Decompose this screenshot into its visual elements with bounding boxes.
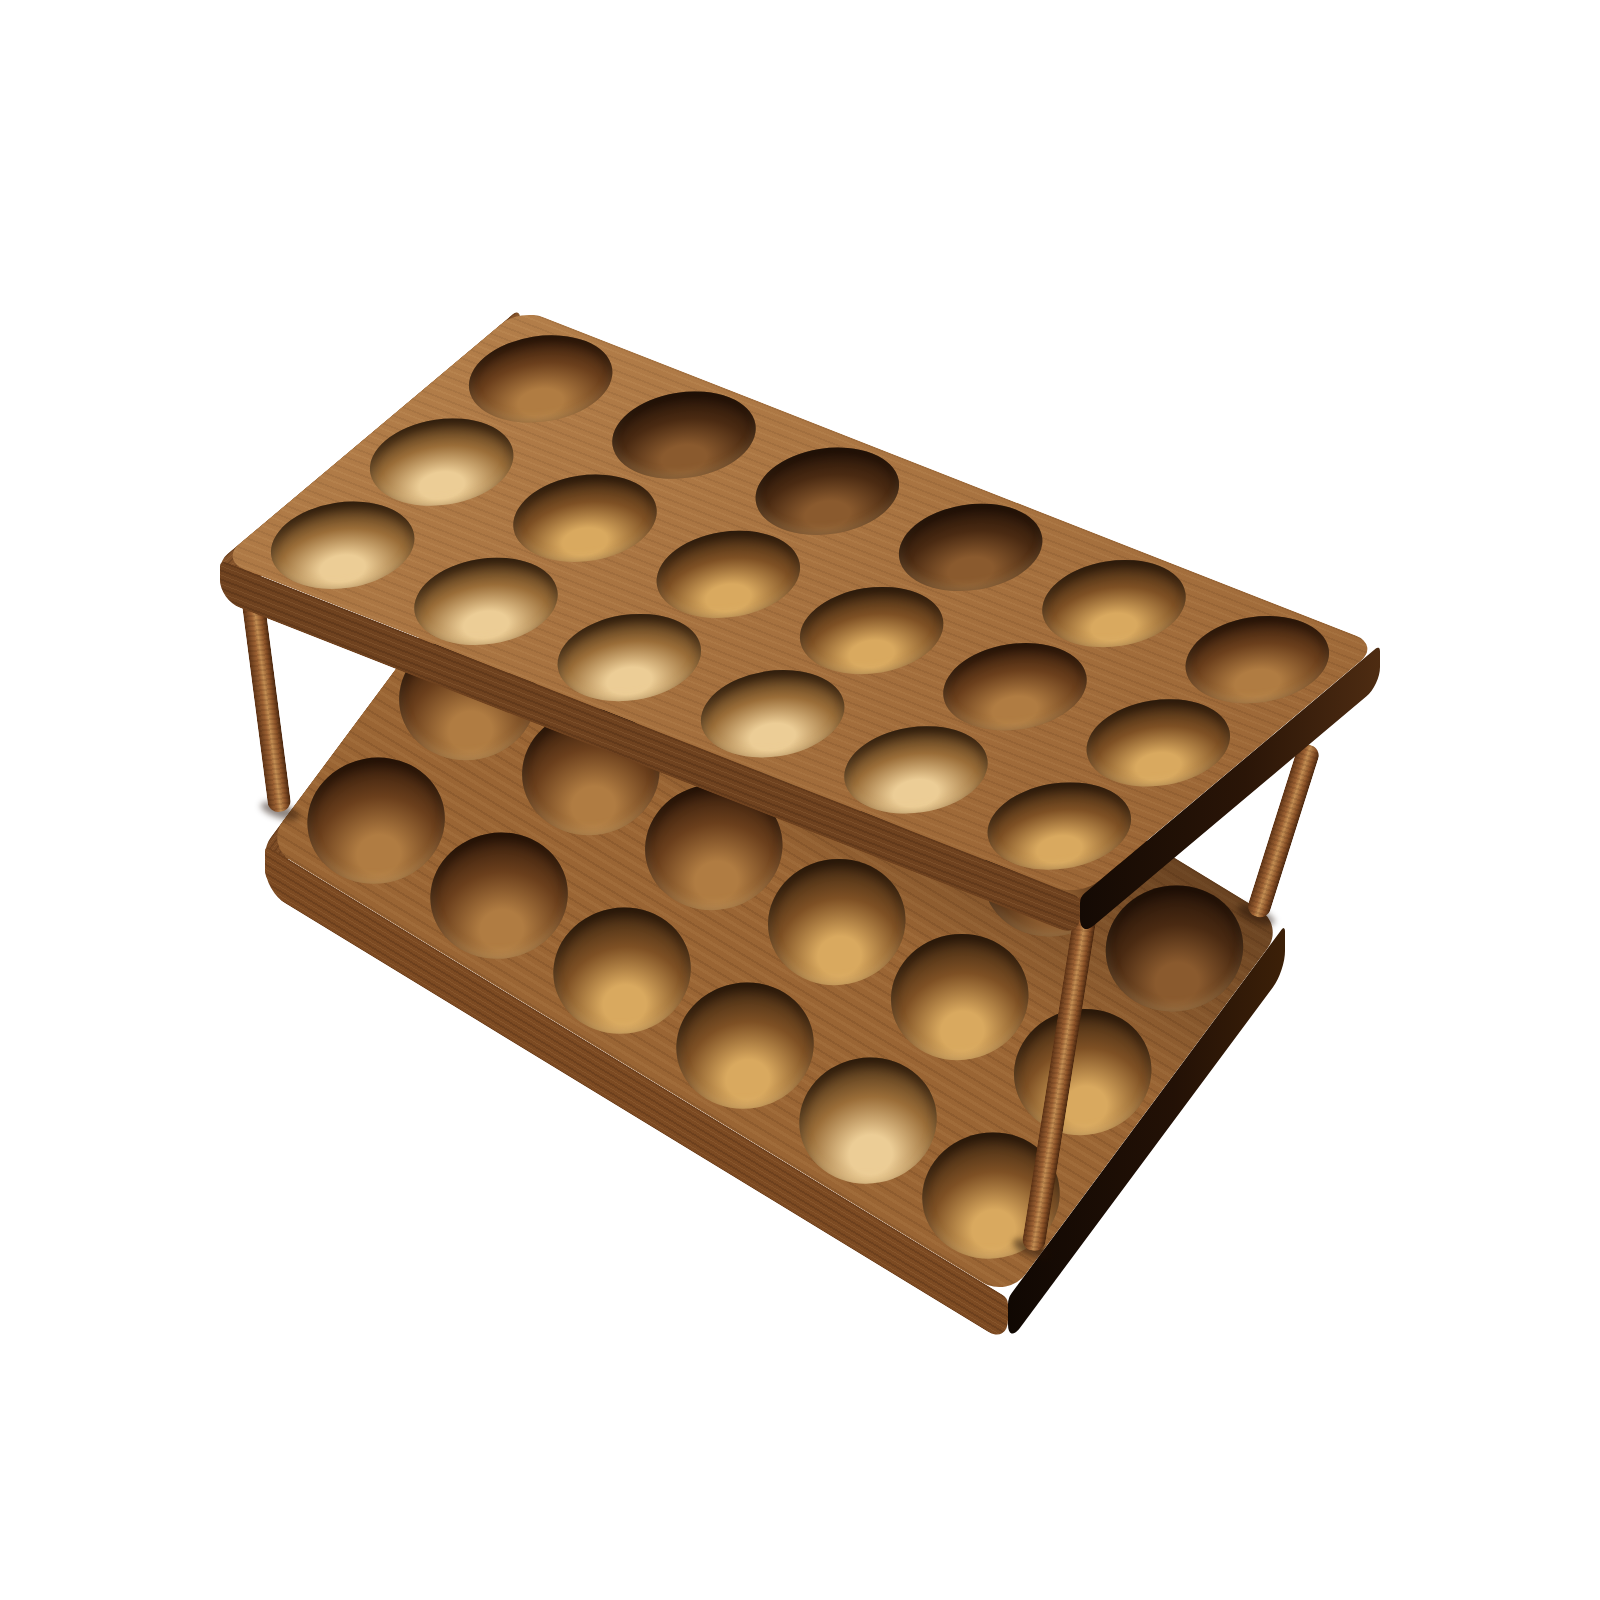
product-scene bbox=[0, 0, 1600, 1600]
